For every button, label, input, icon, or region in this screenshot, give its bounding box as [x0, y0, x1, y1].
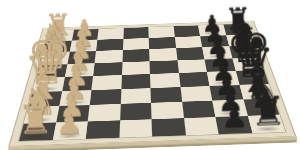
chessboard: ♜♟♟♜♞♟♟♞♝♟♟♝♚♟♟♚♛♟♟♛♝♟♟♝♞♟♟♞♜♟♟♜ [8, 21, 296, 147]
square-c5[interactable] [150, 87, 181, 103]
square-a1[interactable]: ♜ [19, 122, 56, 141]
square-b3[interactable] [88, 104, 121, 121]
piece-white-rook[interactable]: ♜ [17, 99, 54, 140]
square-d3[interactable] [91, 75, 121, 90]
square-d6[interactable] [178, 72, 209, 87]
square-g4[interactable] [123, 38, 150, 50]
square-f4[interactable] [122, 49, 149, 62]
square-d4[interactable] [121, 74, 151, 89]
square-a4[interactable] [119, 119, 152, 138]
square-a5[interactable] [152, 118, 186, 137]
square-c3[interactable] [90, 89, 121, 105]
square-e4[interactable] [121, 61, 149, 75]
piece-black-pawn[interactable]: ♟ [220, 102, 248, 133]
square-e6[interactable] [177, 59, 207, 73]
square-g5[interactable] [149, 37, 176, 49]
board-grid: ♜♟♟♜♞♟♟♞♝♟♟♝♚♟♟♚♛♟♟♛♝♟♟♝♞♟♟♞♜♟♟♜ [19, 24, 285, 141]
square-g3[interactable] [96, 39, 123, 51]
square-c4[interactable] [120, 88, 151, 104]
square-b6[interactable] [182, 101, 216, 118]
square-b4[interactable] [120, 103, 152, 120]
piece-black-rook[interactable]: ♜ [249, 91, 286, 132]
square-a3[interactable] [86, 120, 120, 139]
square-b5[interactable] [151, 102, 183, 119]
square-a7[interactable]: ♟ [215, 116, 252, 135]
square-e3[interactable] [93, 62, 122, 76]
piece-white-pawn[interactable]: ♟ [55, 107, 83, 138]
square-a6[interactable] [183, 117, 218, 136]
square-c6[interactable] [180, 86, 212, 102]
square-e5[interactable] [150, 60, 179, 74]
square-d5[interactable] [150, 73, 180, 88]
square-f6[interactable] [176, 47, 205, 60]
square-a2[interactable]: ♟ [52, 121, 87, 140]
chess-set-product-photo: ♜♟♟♜♞♟♟♞♝♟♟♝♚♟♟♚♛♟♟♛♝♟♟♝♞♟♟♞♜♟♟♜ [0, 0, 300, 150]
square-f3[interactable] [95, 50, 123, 63]
square-g6[interactable] [174, 36, 202, 48]
board-tilt-wrapper: ♜♟♟♜♞♟♟♞♝♟♟♝♚♟♟♚♛♟♟♛♝♟♟♝♞♟♟♞♜♟♟♜ [0, 0, 300, 150]
square-a8[interactable]: ♜ [247, 115, 285, 133]
square-f5[interactable] [149, 48, 177, 61]
